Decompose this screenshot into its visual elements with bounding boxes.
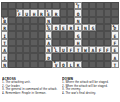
grid-cell-block (16, 39, 23, 46)
grid-cell-letter[interactable]: L (45, 31, 52, 38)
grid-cell-block (16, 24, 23, 31)
grid-cell-block (60, 9, 67, 16)
grid-cell-letter[interactable]: R (38, 9, 45, 16)
grid-cell-block (52, 2, 59, 9)
grid-cell-block (82, 61, 89, 68)
grid-cell-block (30, 2, 37, 9)
across-clues-section: ACROSS 1. The attacking unit.2. Our lead… (2, 77, 60, 102)
cell-letter: L (68, 63, 73, 69)
grid-cell-block (16, 2, 23, 9)
down-clue-list: 1. Where the attack will be staged.2. Wh… (62, 81, 120, 95)
cell-letter: O (61, 63, 66, 69)
grid-cell-letter[interactable]: R (67, 24, 74, 31)
cell-letter: T (112, 63, 117, 69)
grid-cell-block (23, 61, 30, 68)
grid-cell-block (23, 24, 30, 31)
grid-cell-block (67, 31, 74, 38)
grid-cell-letter[interactable]: E (60, 24, 67, 31)
grid-cell-block (30, 39, 37, 46)
grid-cell-block (60, 53, 67, 60)
grid-cell-block (104, 17, 111, 24)
grid-cell-block (67, 2, 74, 9)
grid-cell-block (52, 39, 59, 46)
grid-cell-block (23, 39, 30, 46)
grid-cell-block (96, 17, 103, 24)
grid-cell-block (38, 39, 45, 46)
grid-cell-block (1, 2, 8, 9)
grid-cell-block (8, 53, 15, 60)
grid-cell-block (111, 2, 118, 9)
grid-cell-block (52, 53, 59, 60)
grid-cell-block (45, 61, 52, 68)
grid-cell-letter[interactable]: F (104, 46, 111, 53)
grid-cell-block (96, 9, 103, 16)
clue-line: 4. Remember: People in German. (2, 91, 60, 94)
grid-cell-block (89, 53, 96, 60)
grid-cell-letter[interactable]: H (30, 9, 37, 16)
grid-cell-block (23, 53, 30, 60)
down-clues-section: DOWN 1. Where the attack will be staged.… (62, 77, 120, 102)
grid-cell-block (104, 31, 111, 38)
grid-cell-letter[interactable]: W (82, 46, 89, 53)
grid-cell-letter[interactable]: 4D (111, 24, 118, 31)
grid-cell-block (104, 9, 111, 16)
grid-cell-letter[interactable]: N (82, 24, 89, 31)
grid-cell-block (1, 9, 8, 16)
grid-cell-letter[interactable]: N (45, 46, 52, 53)
grid-cell-block (16, 46, 23, 53)
grid-cell-block (104, 39, 111, 46)
grid-cell-block (38, 61, 45, 68)
grid-cell-block (96, 53, 103, 60)
grid-cell-block (89, 2, 96, 9)
grid-cell-block (82, 17, 89, 24)
grid-cell-block (52, 17, 59, 24)
grid-cell-block (104, 61, 111, 68)
grid-cell-letter[interactable]: T (74, 46, 81, 53)
grid-cell-block (60, 17, 67, 24)
grid-cell-block (30, 31, 37, 38)
grid-cell-block (30, 17, 37, 24)
grid-cell-block (30, 24, 37, 31)
clue-line: 4. The war's final destiny. (62, 91, 120, 94)
grid-cell-block (82, 9, 89, 16)
grid-cell-block (23, 2, 30, 9)
grid-cell-block (23, 31, 30, 38)
grid-cell-block (52, 31, 59, 38)
grid-cell-block (30, 61, 37, 68)
grid-cell-letter[interactable]: I (1, 53, 8, 60)
grid-cell-letter[interactable]: 2F (16, 9, 23, 16)
grid-cell-block (8, 31, 15, 38)
grid-cell-letter[interactable]: L (67, 61, 74, 68)
grid-cell-block (89, 39, 96, 46)
grid-cell-block (16, 31, 23, 38)
grid-cell-letter[interactable]: R (52, 9, 59, 16)
grid-cell-letter[interactable]: 3G (45, 24, 52, 31)
grid-cell-letter[interactable]: O (74, 9, 81, 16)
grid-cell-block (74, 53, 81, 60)
grid-cell-block (67, 39, 74, 46)
grid-cell-block (16, 53, 23, 60)
grid-cell-block (82, 2, 89, 9)
grid-cell-letter[interactable]: N (45, 17, 52, 24)
grid-cell-letter[interactable]: O (60, 61, 67, 68)
grid-cell-block (111, 9, 118, 16)
grid-cell-block (8, 61, 15, 68)
grid-cell-letter[interactable]: D (45, 53, 52, 60)
cell-letter: N (2, 63, 7, 69)
grid-cell-block (96, 2, 103, 9)
grid-cell-block (60, 2, 67, 9)
grid-cell-block (8, 9, 15, 16)
grid-cell-block (96, 39, 103, 46)
grid-cell-block (38, 2, 45, 9)
across-clue-list: 1. The attacking unit.2. Our leader.3. T… (2, 81, 60, 95)
grid-cell-block (67, 17, 74, 24)
grid-cell-block (104, 24, 111, 31)
grid-cell-block (8, 39, 15, 46)
grid-cell-letter[interactable]: N (1, 61, 8, 68)
grid-cell-letter[interactable]: A (1, 46, 8, 53)
grid-cell-letter[interactable]: I (74, 24, 81, 31)
grid-cell-letter[interactable]: O (52, 24, 59, 31)
grid-cell-letter[interactable]: H (74, 39, 81, 46)
grid-cell-block (82, 53, 89, 60)
grid-cell-block (104, 53, 111, 60)
grid-cell-letter[interactable]: 4V (52, 61, 59, 68)
grid-cell-block (30, 46, 37, 53)
grid-cell-letter[interactable]: F (111, 39, 118, 46)
grid-cell-block (96, 31, 103, 38)
grid-cell-block (96, 24, 103, 31)
grid-cell-block (38, 46, 45, 53)
grid-cell-block (38, 31, 45, 38)
grid-cell-block (23, 46, 30, 53)
grid-cell-letter[interactable]: G (89, 24, 96, 31)
grid-cell-block (89, 61, 96, 68)
grid-cell-block (60, 39, 67, 46)
grid-cell-block (60, 31, 67, 38)
grid-cell-block (23, 17, 30, 24)
grid-cell-letter[interactable]: I (1, 31, 8, 38)
grid-cell-block (8, 24, 15, 31)
grid-cell-block (8, 46, 15, 53)
grid-cell-block (96, 61, 103, 68)
grid-cell-letter[interactable]: A (45, 39, 52, 46)
grid-cell-block (30, 53, 37, 60)
grid-cell-block (89, 31, 96, 38)
grid-cell-block (8, 2, 15, 9)
cell-letter: V (53, 63, 58, 69)
grid-cell-letter[interactable]: 1E (45, 9, 52, 16)
grid-cell-block (82, 39, 89, 46)
grid-cell-block (16, 61, 23, 68)
grid-cell-letter[interactable]: U (60, 46, 67, 53)
grid-cell-letter[interactable]: G (74, 31, 81, 38)
grid-cell-letter[interactable]: A (89, 46, 96, 53)
grid-cell-block (16, 17, 23, 24)
grid-cell-letter[interactable]: F (67, 46, 74, 53)
grid-cell-letter[interactable]: T (1, 39, 8, 46)
grid-cell-block (45, 2, 52, 9)
grid-cell-letter[interactable]: A (111, 53, 118, 60)
grid-cell-letter[interactable]: 1L (52, 46, 59, 53)
grid-cell-block (104, 2, 111, 9)
grid-cell-block (38, 17, 45, 24)
grid-cell-letter[interactable]: E (111, 31, 118, 38)
grid-cell-letter[interactable]: R (1, 24, 8, 31)
grid-cell-letter[interactable]: F (96, 46, 103, 53)
grid-cell-block (89, 17, 96, 24)
grid-cell-block (38, 53, 45, 60)
grid-cell-letter[interactable]: K (74, 61, 81, 68)
grid-cell-letter[interactable]: E (111, 46, 118, 53)
grid-cell-block (38, 24, 45, 31)
grid-cell-letter[interactable]: 2T (74, 2, 81, 9)
grid-cell-letter[interactable]: T (111, 61, 118, 68)
cell-letter: K (75, 63, 80, 69)
grid-cell-letter[interactable]: 3B (1, 17, 8, 24)
grid-cell-block (89, 9, 96, 16)
grid-cell-block (111, 17, 118, 24)
grid-cell-letter[interactable]: N (74, 17, 81, 24)
crossword-board: 2T2FUHR1ERO3BNNR3GOERING4DILGETAHFAN1LUF… (1, 2, 119, 68)
grid-cell-block (82, 31, 89, 38)
grid-cell-block (67, 53, 74, 60)
grid-cell-letter[interactable]: U (23, 9, 30, 16)
grid-cell-block (8, 17, 15, 24)
grid-cell-block (67, 9, 74, 16)
